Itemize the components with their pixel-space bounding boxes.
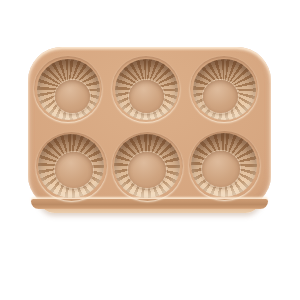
cup-bottom xyxy=(129,80,164,113)
muffin-cup xyxy=(190,56,258,122)
cup-bottom xyxy=(202,151,240,187)
cup-bottom xyxy=(128,152,166,188)
muffin-cup xyxy=(34,56,102,122)
cup-bottom xyxy=(55,152,93,188)
muffin-pan xyxy=(0,0,300,300)
muffin-cup xyxy=(112,132,183,201)
muffin-cup xyxy=(112,56,180,122)
cup-bottom xyxy=(203,80,238,113)
muffin-cup xyxy=(189,131,260,200)
muffin-cup xyxy=(36,132,107,201)
product-photo-background xyxy=(0,0,300,300)
cup-bottom xyxy=(55,80,90,113)
